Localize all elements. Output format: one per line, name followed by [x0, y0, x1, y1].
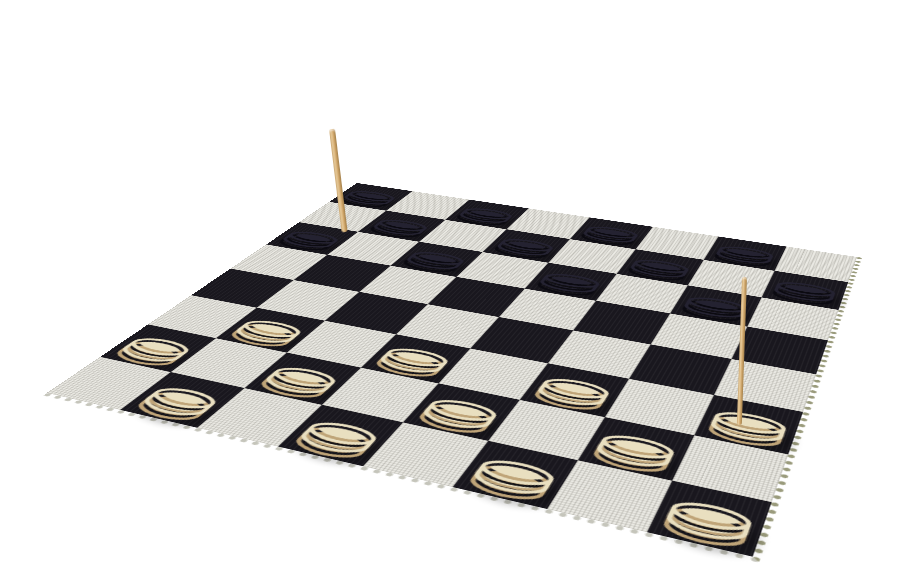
square-r8c8: ⛂ [647, 481, 772, 557]
cream-piece[interactable]: ⛂ [647, 481, 772, 557]
product-photo-stage: ⛂⛂⛂⛂⛂⛂⛂⛂⛂⛂⛂⛂⛂⛂⛂⛂⛂⛂⛂⛂⛂⛂⛂⛂ [0, 0, 900, 587]
